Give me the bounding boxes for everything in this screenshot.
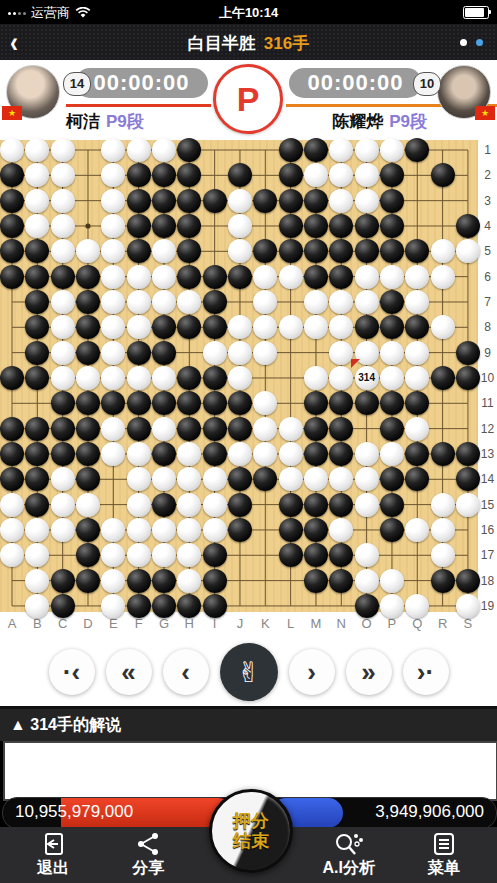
stone-black-C13[interactable] (51, 442, 75, 466)
stone-black-F12[interactable] (127, 417, 151, 441)
row-label-10: 10 (478, 371, 497, 385)
stone-white-C14[interactable] (51, 467, 75, 491)
stone-black-I3[interactable] (203, 189, 227, 213)
stone-black-A10[interactable] (0, 366, 24, 390)
stone-white-C2[interactable] (51, 163, 75, 187)
stone-white-L14[interactable] (279, 467, 303, 491)
go-board[interactable]: 314 12345678910111213141516171819 (0, 140, 497, 612)
stone-black-G15[interactable] (152, 493, 176, 517)
stone-black-F18[interactable] (127, 569, 151, 593)
stone-black-I8[interactable] (203, 315, 227, 339)
stone-black-F4[interactable] (127, 214, 151, 238)
right-capture-count: 10 (413, 72, 441, 96)
exit-button[interactable]: 退出 (18, 832, 88, 879)
stone-black-L1[interactable] (279, 138, 303, 162)
stone-white-E9[interactable] (101, 341, 125, 365)
stone-black-P15[interactable] (380, 493, 404, 517)
stone-white-E6[interactable] (101, 265, 125, 289)
stone-black-F9[interactable] (127, 341, 151, 365)
exit-icon (40, 832, 66, 856)
stone-white-O3[interactable] (355, 189, 379, 213)
stone-black-I7[interactable] (203, 290, 227, 314)
row-label-3: 3 (478, 194, 497, 208)
stone-black-S9[interactable] (456, 341, 480, 365)
stone-black-F2[interactable] (127, 163, 151, 187)
col-label-O: O (357, 616, 377, 631)
stone-black-B9[interactable] (25, 341, 49, 365)
stone-white-C3[interactable] (51, 189, 75, 213)
stone-white-C1[interactable] (51, 138, 75, 162)
stone-black-A6[interactable] (0, 265, 24, 289)
right-player-rank: P9段 (389, 112, 427, 131)
row-label-16: 16 (478, 523, 497, 537)
stone-white-A1[interactable] (0, 138, 24, 162)
stone-white-F10[interactable] (127, 366, 151, 390)
stone-black-S4[interactable] (456, 214, 480, 238)
stone-black-O8[interactable] (355, 315, 379, 339)
stone-white-F1[interactable] (127, 138, 151, 162)
row-label-5: 5 (478, 244, 497, 258)
stone-white-A15[interactable] (0, 493, 24, 517)
stone-black-M1[interactable] (304, 138, 328, 162)
stone-black-D12[interactable] (76, 417, 100, 441)
stone-black-G18[interactable] (152, 569, 176, 593)
left-score-value: 10,955,979,000 (15, 802, 133, 822)
stone-black-P3[interactable] (380, 189, 404, 213)
stone-black-B6[interactable] (25, 265, 49, 289)
stone-black-N18[interactable] (329, 569, 353, 593)
col-label-K: K (255, 616, 275, 631)
stone-black-L3[interactable] (279, 189, 303, 213)
stone-black-M15[interactable] (304, 493, 328, 517)
stone-white-O7[interactable] (355, 290, 379, 314)
step-back-button[interactable]: ‹ (163, 649, 209, 695)
stone-black-J15[interactable] (228, 493, 252, 517)
stone-white-R8[interactable] (431, 315, 455, 339)
status-bar: 运营商 上午10:14 (0, 0, 497, 24)
jump-end-button[interactable]: ›· (403, 649, 449, 695)
stone-black-L4[interactable] (279, 214, 303, 238)
stone-white-R16[interactable] (431, 518, 455, 542)
stone-white-P18[interactable] (380, 569, 404, 593)
stone-black-B15[interactable] (25, 493, 49, 517)
stone-white-G10[interactable] (152, 366, 176, 390)
stone-black-G3[interactable] (152, 189, 176, 213)
stone-white-O15[interactable] (355, 493, 379, 517)
stone-white-I9[interactable] (203, 341, 227, 365)
stone-black-S10[interactable] (456, 366, 480, 390)
stone-white-R6[interactable] (431, 265, 455, 289)
game-result-title: 白目半胜316手 (0, 32, 497, 55)
stone-black-P7[interactable] (380, 290, 404, 314)
stone-white-G16[interactable] (152, 518, 176, 542)
stone-black-N15[interactable] (329, 493, 353, 517)
stone-white-E12[interactable] (101, 417, 125, 441)
stone-white-C7[interactable] (51, 290, 75, 314)
pass-badge: P (213, 64, 283, 134)
move-count: 316手 (264, 34, 309, 53)
col-label-E: E (103, 616, 123, 631)
stone-black-P16[interactable] (380, 518, 404, 542)
col-label-L: L (281, 616, 301, 631)
stone-black-F19[interactable] (127, 594, 151, 618)
stone-white-C15[interactable] (51, 493, 75, 517)
stone-black-I10[interactable] (203, 366, 227, 390)
stone-white-N3[interactable] (329, 189, 353, 213)
stone-white-K12[interactable] (253, 417, 277, 441)
stone-black-I19[interactable] (203, 594, 227, 618)
stone-black-L16[interactable] (279, 518, 303, 542)
stone-white-J13[interactable] (228, 442, 252, 466)
stone-black-A13[interactable] (0, 442, 24, 466)
stone-black-D7[interactable] (76, 290, 100, 314)
ai-analysis-icon (334, 832, 364, 856)
col-label-M: M (306, 616, 326, 631)
bet-label: 押分 (233, 811, 269, 831)
stone-black-A4[interactable] (0, 214, 24, 238)
stone-white-B3[interactable] (25, 189, 49, 213)
stone-white-O18[interactable] (355, 569, 379, 593)
stone-white-F15[interactable] (127, 493, 151, 517)
stone-black-H12[interactable] (177, 417, 201, 441)
row-label-13: 13 (478, 447, 497, 461)
end-label: 结束 (233, 831, 269, 851)
stone-white-I15[interactable] (203, 493, 227, 517)
stone-white-J4[interactable] (228, 214, 252, 238)
stone-black-C12[interactable] (51, 417, 75, 441)
stone-black-O4[interactable] (355, 214, 379, 238)
stone-black-L5[interactable] (279, 239, 303, 263)
stone-white-F7[interactable] (127, 290, 151, 314)
stone-black-I17[interactable] (203, 543, 227, 567)
stone-black-A12[interactable] (0, 417, 24, 441)
fast-back-button[interactable]: « (106, 649, 152, 695)
right-player-flag-china: ★ (475, 106, 495, 120)
stone-black-I11[interactable] (203, 391, 227, 415)
stone-white-D15[interactable] (76, 493, 100, 517)
stone-black-F3[interactable] (127, 189, 151, 213)
stone-black-R18[interactable] (431, 569, 455, 593)
col-label-D: D (78, 616, 98, 631)
stone-white-G12[interactable] (152, 417, 176, 441)
share-button[interactable]: 分享 (113, 832, 183, 879)
stone-white-P10[interactable] (380, 366, 404, 390)
commentary-header[interactable]: ▲ 314手的解说 (0, 709, 497, 741)
left-player-rank: P9段 (106, 112, 144, 131)
row-label-6: 6 (478, 270, 497, 284)
stone-black-N6[interactable] (329, 265, 353, 289)
stone-black-D18[interactable] (76, 569, 100, 593)
bet-end-button[interactable]: 押分 结束 (209, 789, 293, 873)
menu-button[interactable]: 菜单 (409, 832, 479, 879)
stone-black-M4[interactable] (304, 214, 328, 238)
stone-black-M16[interactable] (304, 518, 328, 542)
left-player-flag-china: ★ (2, 106, 22, 120)
col-label-I: I (205, 616, 225, 631)
stone-white-H18[interactable] (177, 569, 201, 593)
clock-time: 上午10:14 (0, 4, 497, 22)
col-label-F: F (129, 616, 149, 631)
stone-white-B18[interactable] (25, 569, 49, 593)
col-label-C: C (53, 616, 73, 631)
stone-white-F17[interactable] (127, 543, 151, 567)
stone-white-L12[interactable] (279, 417, 303, 441)
stone-white-F14[interactable] (127, 467, 151, 491)
stone-black-C11[interactable] (51, 391, 75, 415)
col-label-S: S (458, 616, 478, 631)
stone-white-C4[interactable] (51, 214, 75, 238)
row-label-9: 9 (478, 346, 497, 360)
last-move-number: 314 (355, 366, 379, 390)
stone-black-D6[interactable] (76, 265, 100, 289)
stone-black-L17[interactable] (279, 543, 303, 567)
col-label-J: J (230, 616, 250, 631)
stone-black-M18[interactable] (304, 569, 328, 593)
stone-black-J12[interactable] (228, 417, 252, 441)
stone-white-R17[interactable] (431, 543, 455, 567)
step-forward-button[interactable]: › (289, 649, 335, 695)
stone-white-I14[interactable] (203, 467, 227, 491)
row-label-1: 1 (478, 143, 497, 157)
stone-white-F13[interactable] (127, 442, 151, 466)
left-turn-line (66, 104, 211, 107)
stone-white-G1[interactable] (152, 138, 176, 162)
col-label-H: H (179, 616, 199, 631)
stone-black-J6[interactable] (228, 265, 252, 289)
stone-black-G4[interactable] (152, 214, 176, 238)
stone-black-I12[interactable] (203, 417, 227, 441)
board-wood[interactable]: 314 (0, 140, 478, 612)
stone-black-C19[interactable] (51, 594, 75, 618)
stone-white-E18[interactable] (101, 569, 125, 593)
stone-black-P12[interactable] (380, 417, 404, 441)
stone-black-F5[interactable] (127, 239, 151, 263)
stone-black-M3[interactable] (304, 189, 328, 213)
stone-black-O11[interactable] (355, 391, 379, 415)
stone-white-P19[interactable] (380, 594, 404, 618)
stone-black-G19[interactable] (152, 594, 176, 618)
stone-white-S19[interactable] (456, 594, 480, 618)
page-indicator[interactable] (460, 39, 483, 46)
row-label-14: 14 (478, 472, 497, 486)
stone-white-G7[interactable] (152, 290, 176, 314)
stone-white-F16[interactable] (127, 518, 151, 542)
stone-white-L6[interactable] (279, 265, 303, 289)
stone-white-C16[interactable] (51, 518, 75, 542)
stone-black-I13[interactable] (203, 442, 227, 466)
stone-black-I6[interactable] (203, 265, 227, 289)
stone-white-Q9[interactable] (405, 341, 429, 365)
stone-black-R10[interactable] (431, 366, 455, 390)
last-move-marker: 314 (355, 366, 379, 390)
stone-white-E3[interactable] (101, 189, 125, 213)
row-label-7: 7 (478, 295, 497, 309)
row-coordinates: 12345678910111213141516171819 (478, 140, 497, 612)
stone-white-C8[interactable] (51, 315, 75, 339)
stone-white-C10[interactable] (51, 366, 75, 390)
col-label-N: N (331, 616, 351, 631)
stone-white-M10[interactable] (304, 366, 328, 390)
row-label-19: 19 (478, 599, 497, 613)
row-label-12: 12 (478, 422, 497, 436)
col-label-B: B (27, 616, 47, 631)
stone-white-R15[interactable] (431, 493, 455, 517)
stone-black-L2[interactable] (279, 163, 303, 187)
stone-black-G13[interactable] (152, 442, 176, 466)
stone-black-S13[interactable] (456, 442, 480, 466)
stone-white-K6[interactable] (253, 265, 277, 289)
player-info-bar: ★ 14 00:00:00 P 00:00:00 10 ★ 柯洁P9段 陈耀烨P… (0, 60, 497, 140)
stone-black-C18[interactable] (51, 569, 75, 593)
commentary-title: ▲ 314手的解说 (10, 715, 121, 736)
stone-white-F8[interactable] (127, 315, 151, 339)
col-label-A: A (2, 616, 22, 631)
stone-black-M6[interactable] (304, 265, 328, 289)
stone-black-S18[interactable] (456, 569, 480, 593)
stone-white-O2[interactable] (355, 163, 379, 187)
stone-black-R13[interactable] (431, 442, 455, 466)
stone-white-P1[interactable] (380, 138, 404, 162)
stone-white-L13[interactable] (279, 442, 303, 466)
stone-black-K3[interactable] (253, 189, 277, 213)
stone-white-P13[interactable] (380, 442, 404, 466)
hand-pause-button[interactable]: ✌ (220, 643, 278, 701)
menu-icon (432, 832, 456, 856)
stone-white-G6[interactable] (152, 265, 176, 289)
share-icon (135, 832, 161, 856)
replay-controls: ·‹ « ‹ ✌ › » ›· (0, 637, 497, 707)
col-label-Q: Q (407, 616, 427, 631)
stone-white-O6[interactable] (355, 265, 379, 289)
stone-black-D13[interactable] (76, 442, 100, 466)
stone-white-I16[interactable] (203, 518, 227, 542)
stone-black-D16[interactable] (76, 518, 100, 542)
stone-black-D9[interactable] (76, 341, 100, 365)
stone-white-C9[interactable] (51, 341, 75, 365)
stone-black-A3[interactable] (0, 189, 24, 213)
col-label-R: R (433, 616, 453, 631)
stone-black-O19[interactable] (355, 594, 379, 618)
stone-white-M7[interactable] (304, 290, 328, 314)
right-player-name: 陈耀烨P9段 (332, 110, 427, 133)
stone-black-P4[interactable] (380, 214, 404, 238)
stone-white-P9[interactable] (380, 341, 404, 365)
stone-black-L15[interactable] (279, 493, 303, 517)
stone-white-A16[interactable] (0, 518, 24, 542)
row-label-11: 11 (478, 396, 497, 410)
left-player-name: 柯洁P9段 (66, 110, 144, 133)
row-label-4: 4 (478, 219, 497, 233)
stone-black-M12[interactable] (304, 417, 328, 441)
stone-white-R5[interactable] (431, 239, 455, 263)
stone-black-O5[interactable] (355, 239, 379, 263)
stone-white-P6[interactable] (380, 265, 404, 289)
stone-black-B12[interactable] (25, 417, 49, 441)
stone-white-O14[interactable] (355, 467, 379, 491)
stone-black-C6[interactable] (51, 265, 75, 289)
stone-white-O13[interactable] (355, 442, 379, 466)
row-label-15: 15 (478, 498, 497, 512)
stone-black-J16[interactable] (228, 518, 252, 542)
fast-forward-button[interactable]: » (346, 649, 392, 695)
stone-white-H15[interactable] (177, 493, 201, 517)
stone-white-J3[interactable] (228, 189, 252, 213)
col-label-G: G (154, 616, 174, 631)
stone-white-J9[interactable] (228, 341, 252, 365)
row-label-18: 18 (478, 574, 497, 588)
stone-white-C5[interactable] (51, 239, 75, 263)
stone-black-N12[interactable] (329, 417, 353, 441)
stone-white-O1[interactable] (355, 138, 379, 162)
header-bar: ‹ 白目半胜316手 (0, 24, 497, 60)
stone-black-R2[interactable] (431, 163, 455, 187)
col-label-P: P (382, 616, 402, 631)
jump-start-button[interactable]: ·‹ (49, 649, 95, 695)
stone-white-S15[interactable] (456, 493, 480, 517)
stone-white-K9[interactable] (253, 341, 277, 365)
stone-black-I18[interactable] (203, 569, 227, 593)
stone-black-M13[interactable] (304, 442, 328, 466)
row-label-8: 8 (478, 320, 497, 334)
stone-white-O17[interactable] (355, 543, 379, 567)
stone-white-L8[interactable] (279, 315, 303, 339)
stone-white-Q6[interactable] (405, 265, 429, 289)
stone-white-Q12[interactable] (405, 417, 429, 441)
left-capture-count: 14 (63, 72, 91, 96)
stone-white-F6[interactable] (127, 265, 151, 289)
battery-icon (463, 6, 489, 19)
stone-black-H6[interactable] (177, 265, 201, 289)
right-score-value: 3,949,906,000 (375, 802, 484, 822)
stone-black-H3[interactable] (177, 189, 201, 213)
row-label-2: 2 (478, 168, 497, 182)
stone-white-J10[interactable] (228, 366, 252, 390)
stone-white-D10[interactable] (76, 366, 100, 390)
row-label-17: 17 (478, 548, 497, 562)
stone-black-G9[interactable] (152, 341, 176, 365)
left-player-clock: 00:00:00 (75, 68, 208, 98)
result-text: 白目半胜 (188, 34, 256, 53)
stone-black-F11[interactable] (127, 391, 151, 415)
right-player-clock: 00:00:00 (289, 68, 422, 98)
ai-analyze-button[interactable]: A.I分析 (314, 832, 384, 879)
